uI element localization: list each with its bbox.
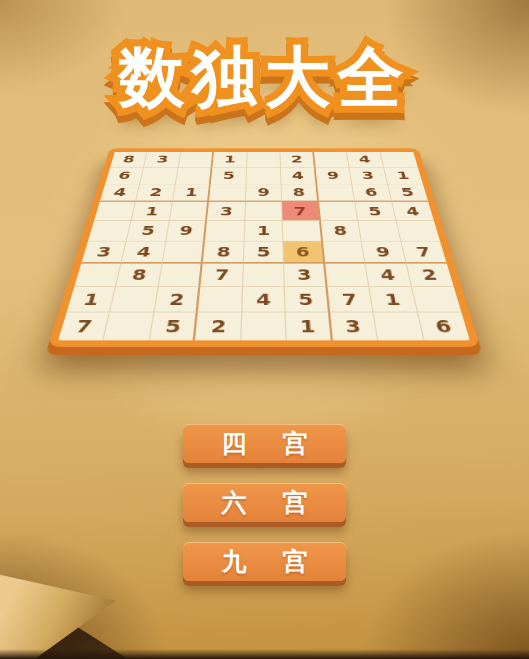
sudoku-cell: 7: [201, 263, 244, 287]
sudoku-cell: 3: [144, 152, 181, 168]
main-menu: 四宫六宫九宫: [0, 424, 529, 601]
sudoku-cell: [283, 221, 323, 241]
sudoku-cell: [140, 167, 178, 184]
sudoku-cell: [412, 287, 462, 313]
sudoku-cell: 9: [362, 241, 406, 263]
sudoku-cell: 8: [282, 184, 319, 202]
sudoku-cell: [205, 221, 245, 241]
sudoku-cell: [104, 313, 154, 341]
sudoku-cell: [209, 184, 246, 202]
sudoku-grid: 8312465493142198651375459183485697873421…: [58, 152, 470, 341]
sudoku-cell: 4: [392, 202, 434, 221]
sudoku-cell: [323, 241, 366, 263]
sudoku-cell: 1: [66, 287, 116, 313]
sudoku-cell: [162, 241, 205, 263]
sudoku-cell: 4: [242, 287, 286, 313]
sudoku-cell: 4: [122, 241, 166, 263]
sudoku-cell: 9: [246, 184, 283, 202]
menu-button-4-grid[interactable]: 四宫: [183, 424, 346, 463]
sudoku-cell: 7: [58, 313, 110, 341]
sudoku-cell: [319, 202, 359, 221]
menu-button-9-grid[interactable]: 九宫: [183, 542, 346, 581]
sudoku-cell: [170, 202, 210, 221]
sudoku-cell: 3: [330, 313, 379, 341]
sudoku-cell: 6: [105, 167, 144, 184]
sudoku-board-scene: 8312465493142198651375459183485697873421…: [84, 81, 444, 381]
sudoku-cell: [325, 263, 370, 287]
sudoku-cell: 4: [281, 167, 317, 184]
sudoku-cell: 1: [369, 287, 417, 313]
sudoku-cell: [396, 221, 440, 241]
sudoku-cell: 1: [132, 202, 173, 221]
sudoku-cell: 6: [352, 184, 391, 202]
sudoku-cell: 7: [282, 202, 320, 221]
sudoku-cell: [317, 184, 355, 202]
sudoku-cell: 5: [127, 221, 170, 241]
page-background: 数独大全 数独大全 数独大全 8312465493142198651375459…: [0, 0, 529, 659]
sudoku-cell: 2: [406, 263, 454, 287]
sudoku-cell: 4: [347, 152, 384, 168]
sudoku-cell: 3: [81, 241, 127, 263]
sudoku-cell: 4: [366, 263, 412, 287]
sudoku-cell: [159, 263, 204, 287]
menu-button-6-grid[interactable]: 六宫: [183, 483, 346, 522]
sudoku-cell: 9: [166, 221, 207, 241]
sudoku-cell: 9: [315, 167, 352, 184]
sudoku-cell: 7: [401, 241, 447, 263]
sudoku-cell: 6: [284, 241, 325, 263]
sudoku-cell: [176, 167, 213, 184]
sudoku-cell: 2: [136, 184, 175, 202]
menu-button-label: 六宫: [222, 486, 344, 519]
sudoku-cell: 2: [154, 287, 200, 313]
sudoku-cell: 3: [207, 202, 245, 221]
sudoku-cell: 8: [110, 152, 148, 168]
sudoku-cell: 3: [284, 263, 327, 287]
sudoku-cell: [246, 167, 281, 184]
sudoku-cell: 5: [244, 241, 285, 263]
sudoku-cell: 5: [355, 202, 396, 221]
sudoku-cell: [243, 263, 285, 287]
sudoku-cell: 1: [244, 221, 283, 241]
sudoku-cell: [358, 221, 401, 241]
sudoku-cell: [88, 221, 132, 241]
sudoku-cell: [247, 152, 281, 168]
sudoku-cell: [74, 263, 122, 287]
sudoku-cell: 3: [349, 167, 387, 184]
sudoku-cell: 5: [285, 287, 330, 313]
sudoku-cell: 7: [327, 287, 373, 313]
sudoku-cell: 5: [388, 184, 429, 202]
sudoku-cell: 4: [100, 184, 141, 202]
sudoku-cell: [198, 287, 243, 313]
sudoku-cell: 2: [195, 313, 242, 341]
sudoku-cell: 1: [213, 152, 248, 168]
sudoku-cell: 1: [384, 167, 423, 184]
sudoku-cell: [110, 287, 158, 313]
sudoku-cell: 6: [418, 313, 470, 341]
sudoku-cell: 8: [321, 221, 362, 241]
sudoku-cell: 5: [211, 167, 247, 184]
sudoku-cell: 1: [286, 313, 333, 341]
menu-button-label: 四宫: [222, 427, 344, 460]
sudoku-cell: 8: [116, 263, 162, 287]
sudoku-cell: [94, 202, 136, 221]
sudoku-cell: [314, 152, 350, 168]
sudoku-cell: 1: [173, 184, 211, 202]
menu-button-label: 九宫: [222, 545, 344, 578]
sudoku-cell: 5: [150, 313, 199, 341]
sudoku-cell: 8: [203, 241, 244, 263]
sudoku-cell: [178, 152, 214, 168]
sudoku-cell: 2: [281, 152, 316, 168]
sudoku-cell: [380, 152, 418, 168]
sudoku-cell: [245, 202, 283, 221]
sudoku-cell: [374, 313, 424, 341]
sudoku-cell: [241, 313, 287, 341]
sudoku-board: 8312465493142198651375459183485697873421…: [48, 148, 480, 346]
